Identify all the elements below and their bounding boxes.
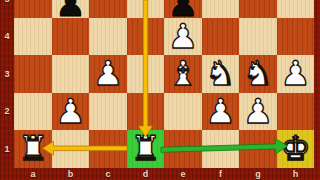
square-c5[interactable] <box>89 0 127 18</box>
piece-white-bishop-e3[interactable]: ♝ <box>168 55 198 93</box>
square-g3[interactable]: ♞ <box>239 55 277 93</box>
file-label-h: h <box>293 169 299 179</box>
file-label-a: a <box>30 169 35 179</box>
square-e2[interactable] <box>164 93 202 131</box>
square-c2[interactable] <box>89 93 127 131</box>
file-label-f: f <box>219 169 222 179</box>
square-f4[interactable] <box>202 18 240 56</box>
rank-label-5: 5 <box>4 0 9 4</box>
square-e1[interactable] <box>164 130 202 168</box>
square-b3[interactable] <box>52 55 90 93</box>
square-f2[interactable]: ♟ <box>202 93 240 131</box>
piece-white-rook-d1[interactable]: ♜ <box>130 130 160 168</box>
file-label-c: c <box>105 169 110 179</box>
piece-white-pawn-c3[interactable]: ♟ <box>93 55 123 93</box>
square-a2[interactable] <box>14 93 52 131</box>
piece-white-pawn-h3[interactable]: ♟ <box>280 55 310 93</box>
square-c1[interactable] <box>89 130 127 168</box>
square-f3[interactable]: ♞ <box>202 55 240 93</box>
square-f1[interactable] <box>202 130 240 168</box>
piece-white-knight-g3[interactable]: ♞ <box>243 55 273 93</box>
piece-black-pawn-b5[interactable]: ♟ <box>55 0 85 24</box>
rank-label-2: 2 <box>4 106 9 116</box>
chess-board-thumbnail: ♟♟♟♟♝♞♞♟♟♟♟♜♜♚ abcdefgh12345 <box>0 0 320 180</box>
square-d5[interactable] <box>127 0 165 18</box>
square-e5[interactable]: ♟ <box>164 0 202 18</box>
square-b5[interactable]: ♟ <box>52 0 90 18</box>
square-e3[interactable]: ♝ <box>164 55 202 93</box>
square-g1[interactable] <box>239 130 277 168</box>
piece-white-rook-a1[interactable]: ♜ <box>18 130 48 168</box>
rank-label-3: 3 <box>4 69 9 79</box>
square-a4[interactable] <box>14 18 52 56</box>
square-h2[interactable] <box>277 93 315 131</box>
square-c3[interactable]: ♟ <box>89 55 127 93</box>
square-h3[interactable]: ♟ <box>277 55 315 93</box>
square-a5[interactable] <box>14 0 52 18</box>
square-e4[interactable]: ♟ <box>164 18 202 56</box>
square-d4[interactable] <box>127 18 165 56</box>
piece-white-king-h1[interactable]: ♚ <box>280 130 310 168</box>
file-label-g: g <box>255 169 261 179</box>
piece-white-pawn-e4[interactable]: ♟ <box>168 18 198 56</box>
square-g5[interactable] <box>239 0 277 18</box>
file-label-d: d <box>143 169 149 179</box>
square-d1[interactable]: ♜ <box>127 130 165 168</box>
square-f5[interactable] <box>202 0 240 18</box>
piece-white-pawn-g2[interactable]: ♟ <box>243 93 273 131</box>
file-label-e: e <box>180 169 185 179</box>
square-g4[interactable] <box>239 18 277 56</box>
square-a3[interactable] <box>14 55 52 93</box>
square-d3[interactable] <box>127 55 165 93</box>
square-c4[interactable] <box>89 18 127 56</box>
square-h1[interactable]: ♚ <box>277 130 315 168</box>
square-b1[interactable] <box>52 130 90 168</box>
square-g2[interactable]: ♟ <box>239 93 277 131</box>
square-h5[interactable] <box>277 0 315 18</box>
piece-white-pawn-f2[interactable]: ♟ <box>205 93 235 131</box>
file-label-b: b <box>68 169 74 179</box>
rank-label-1: 1 <box>4 144 9 154</box>
square-a1[interactable]: ♜ <box>14 130 52 168</box>
piece-white-pawn-b2[interactable]: ♟ <box>55 93 85 131</box>
square-d2[interactable] <box>127 93 165 131</box>
piece-white-knight-f3[interactable]: ♞ <box>205 55 235 93</box>
square-b2[interactable]: ♟ <box>52 93 90 131</box>
square-h4[interactable] <box>277 18 315 56</box>
rank-label-4: 4 <box>4 31 9 41</box>
